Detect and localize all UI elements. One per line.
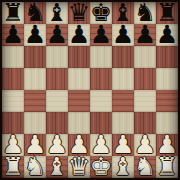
square-g5[interactable] — [134, 68, 156, 90]
square-a7[interactable]: ♟ — [2, 24, 24, 46]
square-g4[interactable] — [134, 90, 156, 112]
square-c4[interactable] — [46, 90, 68, 112]
square-b1[interactable]: ♞ — [24, 156, 46, 178]
square-a6[interactable] — [2, 46, 24, 68]
white-rook[interactable]: ♜ — [2, 156, 24, 178]
square-f6[interactable] — [112, 46, 134, 68]
square-d7[interactable]: ♟ — [68, 24, 90, 46]
square-f4[interactable] — [112, 90, 134, 112]
square-a4[interactable] — [2, 90, 24, 112]
square-c5[interactable] — [46, 68, 68, 90]
square-d6[interactable] — [68, 46, 90, 68]
square-g6[interactable] — [134, 46, 156, 68]
black-pawn[interactable]: ♟ — [156, 24, 178, 46]
square-g1[interactable]: ♞ — [134, 156, 156, 178]
square-e7[interactable]: ♟ — [90, 24, 112, 46]
black-pawn[interactable]: ♟ — [46, 24, 68, 46]
chess-board: ♜♞♝♛♚♝♞♜♟♟♟♟♟♟♟♟♟♟♟♟♟♟♟♟♜♞♝♛♚♝♞♜ — [2, 2, 178, 178]
black-pawn[interactable]: ♟ — [24, 24, 46, 46]
white-king[interactable]: ♚ — [90, 156, 112, 178]
square-h4[interactable] — [156, 90, 178, 112]
square-c7[interactable]: ♟ — [46, 24, 68, 46]
square-a1[interactable]: ♜ — [2, 156, 24, 178]
square-d5[interactable] — [68, 68, 90, 90]
square-f7[interactable]: ♟ — [112, 24, 134, 46]
square-c1[interactable]: ♝ — [46, 156, 68, 178]
white-queen[interactable]: ♛ — [68, 156, 90, 178]
white-knight[interactable]: ♞ — [24, 156, 46, 178]
square-b4[interactable] — [24, 90, 46, 112]
square-b6[interactable] — [24, 46, 46, 68]
square-g7[interactable]: ♟ — [134, 24, 156, 46]
chess-app-stage: ♜♞♝♛♚♝♞♜♟♟♟♟♟♟♟♟♟♟♟♟♟♟♟♟♜♞♝♛♚♝♞♜ — [0, 0, 180, 180]
square-b7[interactable]: ♟ — [24, 24, 46, 46]
square-e5[interactable] — [90, 68, 112, 90]
white-rook[interactable]: ♜ — [156, 156, 178, 178]
square-e4[interactable] — [90, 90, 112, 112]
square-b5[interactable] — [24, 68, 46, 90]
square-h1[interactable]: ♜ — [156, 156, 178, 178]
black-pawn[interactable]: ♟ — [68, 24, 90, 46]
black-pawn[interactable]: ♟ — [2, 24, 24, 46]
square-h6[interactable] — [156, 46, 178, 68]
square-h5[interactable] — [156, 68, 178, 90]
white-knight[interactable]: ♞ — [134, 156, 156, 178]
black-pawn[interactable]: ♟ — [90, 24, 112, 46]
square-f5[interactable] — [112, 68, 134, 90]
square-f1[interactable]: ♝ — [112, 156, 134, 178]
black-pawn[interactable]: ♟ — [134, 24, 156, 46]
white-bishop[interactable]: ♝ — [46, 156, 68, 178]
square-d1[interactable]: ♛ — [68, 156, 90, 178]
square-e1[interactable]: ♚ — [90, 156, 112, 178]
square-a5[interactable] — [2, 68, 24, 90]
square-c6[interactable] — [46, 46, 68, 68]
square-e6[interactable] — [90, 46, 112, 68]
square-d4[interactable] — [68, 90, 90, 112]
black-pawn[interactable]: ♟ — [112, 24, 134, 46]
square-h7[interactable]: ♟ — [156, 24, 178, 46]
white-bishop[interactable]: ♝ — [112, 156, 134, 178]
